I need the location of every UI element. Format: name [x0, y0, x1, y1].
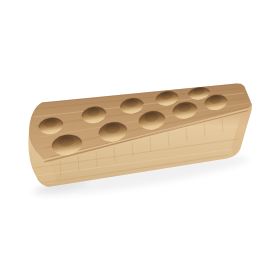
photo-background — [0, 0, 270, 270]
mancala-board — [0, 0, 270, 270]
